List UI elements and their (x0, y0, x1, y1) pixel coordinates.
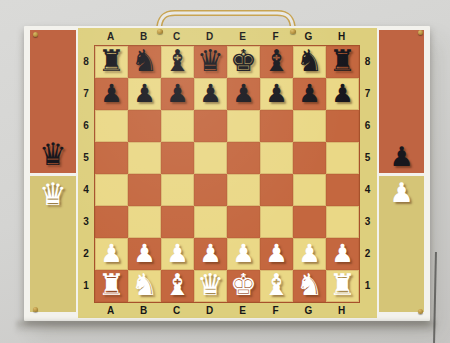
rank-label-8: 8 (78, 45, 94, 77)
square-a6[interactable] (95, 110, 128, 142)
square-g4[interactable] (293, 174, 326, 206)
square-h1[interactable]: ♜ (326, 270, 359, 302)
wall-edge-line (433, 252, 437, 343)
rank-label-6: 6 (78, 109, 94, 141)
spare-white-pawn[interactable]: ♟ (389, 179, 413, 206)
white-pawn: ♟ (265, 241, 287, 266)
square-a8[interactable]: ♜ (95, 46, 128, 78)
brass-screw-icon (418, 309, 423, 314)
square-e7[interactable]: ♟ (227, 78, 260, 110)
brass-screw-icon (33, 307, 38, 312)
brass-screw-icon (33, 32, 38, 37)
file-label-d: D (193, 303, 226, 318)
white-knight: ♞ (131, 270, 158, 300)
square-d1[interactable]: ♛ (194, 270, 227, 302)
spare-black-queen[interactable]: ♛ (39, 139, 67, 170)
right-strip-dark-half: ♟ (379, 30, 424, 173)
square-g8[interactable]: ♞ (293, 46, 326, 78)
square-f8[interactable]: ♝ (260, 46, 293, 78)
square-b5[interactable] (128, 142, 161, 174)
rank-label-8: 8 (359, 45, 376, 77)
file-label-b: B (127, 29, 160, 44)
hanging-hook-icon (157, 29, 163, 34)
square-d2[interactable]: ♟ (194, 238, 227, 270)
square-d4[interactable] (194, 174, 227, 206)
right-side-strip: ♟ ♟ (379, 30, 424, 312)
square-b8[interactable]: ♞ (128, 46, 161, 78)
white-pawn: ♟ (331, 241, 353, 266)
panel-shadow (16, 321, 436, 334)
black-pawn: ♟ (331, 81, 353, 106)
white-knight: ♞ (296, 270, 323, 300)
square-c1[interactable]: ♝ (161, 270, 194, 302)
white-rook: ♜ (98, 270, 125, 300)
file-label-h: H (325, 29, 358, 44)
square-d3[interactable] (194, 206, 227, 238)
hanging-hook-icon (290, 29, 296, 34)
square-f5[interactable] (260, 142, 293, 174)
rank-label-5: 5 (78, 141, 94, 173)
spare-black-pawn[interactable]: ♟ (389, 143, 413, 170)
square-b3[interactable] (128, 206, 161, 238)
rank-label-2: 2 (78, 237, 94, 269)
right-strip-light-half: ♟ (379, 176, 424, 312)
square-b1[interactable]: ♞ (128, 270, 161, 302)
square-a2[interactable]: ♟ (95, 238, 128, 270)
square-c5[interactable] (161, 142, 194, 174)
square-d8[interactable]: ♛ (194, 46, 227, 78)
square-b2[interactable]: ♟ (128, 238, 161, 270)
black-queen: ♛ (197, 46, 224, 76)
black-pawn: ♟ (265, 81, 287, 106)
square-d6[interactable] (194, 110, 227, 142)
left-side-strip: ♛ ♛ (30, 30, 76, 312)
rank-label-1: 1 (78, 269, 94, 301)
black-pawn: ♟ (298, 81, 320, 106)
black-pawn: ♟ (199, 81, 221, 106)
square-f7[interactable]: ♟ (260, 78, 293, 110)
square-c7[interactable]: ♟ (161, 78, 194, 110)
rank-labels-right: 87654321 (359, 45, 376, 301)
rank-label-3: 3 (359, 205, 376, 237)
white-pawn: ♟ (199, 241, 221, 266)
square-c3[interactable] (161, 206, 194, 238)
square-g1[interactable]: ♞ (293, 270, 326, 302)
rank-label-2: 2 (359, 237, 376, 269)
square-g5[interactable] (293, 142, 326, 174)
square-h6[interactable] (326, 110, 359, 142)
square-h2[interactable]: ♟ (326, 238, 359, 270)
white-pawn: ♟ (133, 241, 155, 266)
black-rook: ♜ (329, 46, 356, 76)
file-label-c: C (160, 29, 193, 44)
rank-label-4: 4 (78, 173, 94, 205)
white-bishop: ♝ (263, 270, 290, 300)
square-b7[interactable]: ♟ (128, 78, 161, 110)
square-f2[interactable]: ♟ (260, 238, 293, 270)
file-label-c: C (160, 303, 193, 318)
black-bishop: ♝ (263, 46, 290, 76)
file-label-f: F (259, 29, 292, 44)
square-a5[interactable] (95, 142, 128, 174)
file-label-d: D (193, 29, 226, 44)
black-bishop: ♝ (164, 46, 191, 76)
square-h3[interactable] (326, 206, 359, 238)
square-g7[interactable]: ♟ (293, 78, 326, 110)
black-knight: ♞ (296, 46, 323, 76)
square-a1[interactable]: ♜ (95, 270, 128, 302)
rank-label-7: 7 (359, 77, 376, 109)
square-c2[interactable]: ♟ (161, 238, 194, 270)
demo-board-panel: ♛ ♛ ABCDEFGH ABCDEFGH 87654321 87654321 … (24, 26, 430, 321)
file-label-h: H (325, 303, 358, 318)
rank-label-1: 1 (359, 269, 376, 301)
square-e6[interactable] (227, 110, 260, 142)
square-f4[interactable] (260, 174, 293, 206)
rank-label-5: 5 (359, 141, 376, 173)
square-e2[interactable]: ♟ (227, 238, 260, 270)
white-pawn: ♟ (166, 241, 188, 266)
file-label-b: B (127, 303, 160, 318)
file-labels-bottom: ABCDEFGH (94, 303, 358, 318)
white-rook: ♜ (329, 270, 356, 300)
left-strip-light-half: ♛ (30, 176, 76, 312)
black-pawn: ♟ (166, 81, 188, 106)
chessboard-sheet: ABCDEFGH ABCDEFGH 87654321 87654321 ♜♞♝♛… (78, 28, 377, 318)
black-king: ♚ (230, 46, 257, 76)
rank-label-6: 6 (359, 109, 376, 141)
file-label-a: A (94, 303, 127, 318)
square-g3[interactable] (293, 206, 326, 238)
white-bishop: ♝ (164, 270, 191, 300)
square-f3[interactable] (260, 206, 293, 238)
square-h5[interactable] (326, 142, 359, 174)
file-label-g: G (292, 303, 325, 318)
square-e5[interactable] (227, 142, 260, 174)
black-pawn: ♟ (133, 81, 155, 106)
chessboard-grid: ♜♞♝♛♚♝♞♜♟♟♟♟♟♟♟♟♟♟♟♟♟♟♟♟♜♞♝♛♚♝♞♜ (94, 45, 360, 303)
square-e3[interactable] (227, 206, 260, 238)
black-rook: ♜ (98, 46, 125, 76)
file-label-f: F (259, 303, 292, 318)
file-label-a: A (94, 29, 127, 44)
rank-label-4: 4 (359, 173, 376, 205)
square-a4[interactable] (95, 174, 128, 206)
square-c8[interactable]: ♝ (161, 46, 194, 78)
square-h7[interactable]: ♟ (326, 78, 359, 110)
photo-background: ♛ ♛ ABCDEFGH ABCDEFGH 87654321 87654321 … (0, 0, 450, 343)
file-label-e: E (226, 303, 259, 318)
white-king: ♚ (230, 270, 257, 300)
rank-label-3: 3 (78, 205, 94, 237)
square-e1[interactable]: ♚ (227, 270, 260, 302)
square-e4[interactable] (227, 174, 260, 206)
square-f1[interactable]: ♝ (260, 270, 293, 302)
black-knight: ♞ (131, 46, 158, 76)
square-h4[interactable] (326, 174, 359, 206)
square-g2[interactable]: ♟ (293, 238, 326, 270)
brass-screw-icon (418, 30, 423, 35)
rank-labels-left: 87654321 (78, 45, 94, 301)
white-pawn: ♟ (232, 241, 254, 266)
square-d5[interactable] (194, 142, 227, 174)
square-g6[interactable] (293, 110, 326, 142)
square-b6[interactable] (128, 110, 161, 142)
square-h8[interactable]: ♜ (326, 46, 359, 78)
square-c6[interactable] (161, 110, 194, 142)
file-label-e: E (226, 29, 259, 44)
spare-white-queen[interactable]: ♛ (39, 179, 67, 210)
square-a3[interactable] (95, 206, 128, 238)
white-queen: ♛ (197, 270, 224, 300)
file-labels-top: ABCDEFGH (94, 29, 358, 44)
square-b4[interactable] (128, 174, 161, 206)
square-a7[interactable]: ♟ (95, 78, 128, 110)
white-pawn: ♟ (298, 241, 320, 266)
file-label-g: G (292, 29, 325, 44)
square-e8[interactable]: ♚ (227, 46, 260, 78)
black-pawn: ♟ (100, 81, 122, 106)
square-f6[interactable] (260, 110, 293, 142)
white-pawn: ♟ (100, 241, 122, 266)
rank-label-7: 7 (78, 77, 94, 109)
black-pawn: ♟ (232, 81, 254, 106)
left-strip-dark-half: ♛ (30, 30, 76, 173)
square-c4[interactable] (161, 174, 194, 206)
square-d7[interactable]: ♟ (194, 78, 227, 110)
